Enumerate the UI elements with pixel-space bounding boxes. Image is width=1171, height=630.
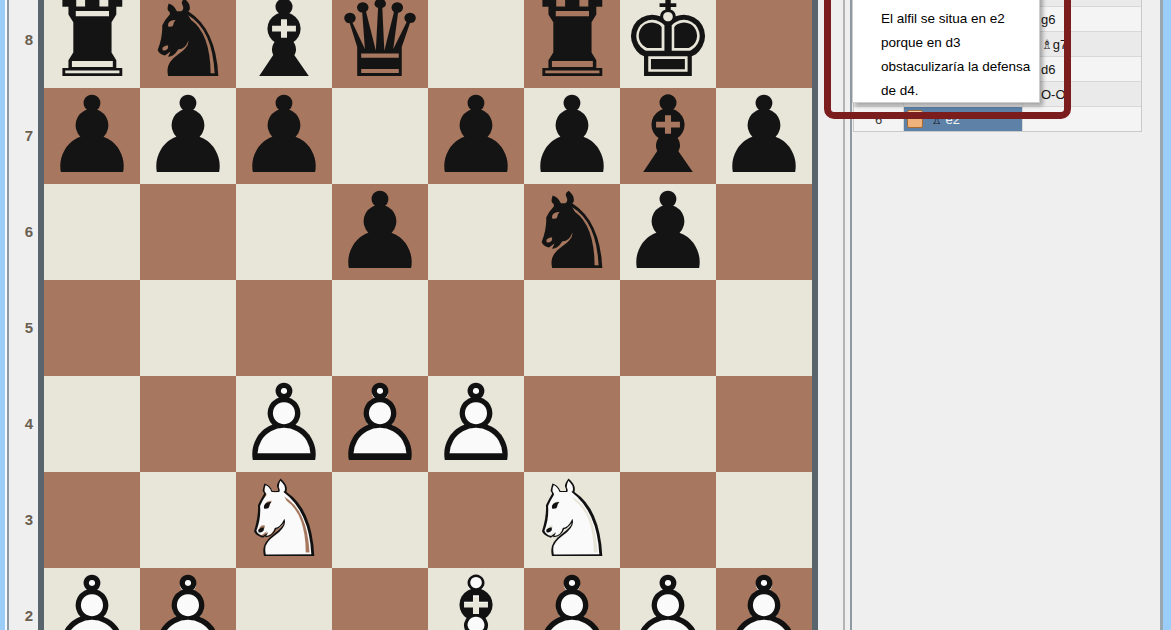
piece-black-n: ♞ [524, 184, 620, 280]
square-c8[interactable]: ♝ [236, 0, 332, 88]
tutorial-tooltip: El alfil se situa en e2 porque en d3 obs… [852, 0, 1040, 103]
piece-black-q: ♛ [332, 0, 428, 88]
square-e6[interactable] [428, 184, 524, 280]
square-f2[interactable]: ♟♙ [524, 568, 620, 630]
square-d8[interactable]: ♛ [332, 0, 428, 88]
square-e8[interactable] [428, 0, 524, 88]
square-c3[interactable]: ♞♘ [236, 472, 332, 568]
square-h7[interactable]: ♟ [716, 88, 812, 184]
rank-label-4: 4 [20, 415, 38, 432]
square-h8[interactable] [716, 0, 812, 88]
square-e7[interactable]: ♟ [428, 88, 524, 184]
square-g5[interactable] [620, 280, 716, 376]
square-f7[interactable]: ♟ [524, 88, 620, 184]
piece-white-n: ♘ [524, 472, 620, 568]
piece-black-b: ♝ [620, 88, 716, 184]
square-b7[interactable]: ♟ [140, 88, 236, 184]
panel-separator-1 [843, 0, 845, 630]
piece-white-p: ♙ [44, 568, 140, 630]
square-f8[interactable]: ♜ [524, 0, 620, 88]
move-text: O-O [1041, 87, 1066, 102]
app-window: ♜♞♝♛♜♚♟♟♟♟♟♝♟♟♞♟♟♙♟♙♟♙♞♘♞♘♟♙♟♙♝♗♟♙♟♙♟♙♜♖… [0, 0, 1171, 630]
square-g8[interactable]: ♚ [620, 0, 716, 88]
square-b3[interactable] [140, 472, 236, 568]
square-g2[interactable]: ♟♙ [620, 568, 716, 630]
piece-white-p-fill: ♟ [428, 376, 524, 472]
square-g6[interactable]: ♟ [620, 184, 716, 280]
square-c5[interactable] [236, 280, 332, 376]
square-a4[interactable] [44, 376, 140, 472]
piece-black-p: ♟ [140, 88, 236, 184]
square-h3[interactable] [716, 472, 812, 568]
square-a6[interactable] [44, 184, 140, 280]
square-d3[interactable] [332, 472, 428, 568]
tooltip-line: de d4. [881, 79, 1039, 103]
square-b8[interactable]: ♞ [140, 0, 236, 88]
square-b6[interactable] [140, 184, 236, 280]
square-f5[interactable] [524, 280, 620, 376]
square-g4[interactable] [620, 376, 716, 472]
piece-black-r: ♜ [44, 0, 140, 88]
piece-white-p-fill: ♟ [620, 568, 716, 630]
square-c2[interactable] [236, 568, 332, 630]
tooltip-line: El alfil se situa en e2 [881, 7, 1039, 31]
move-number: 6 [854, 107, 904, 131]
piece-white-p-fill: ♟ [140, 568, 236, 630]
square-f4[interactable] [524, 376, 620, 472]
square-d7[interactable] [332, 88, 428, 184]
square-d5[interactable] [332, 280, 428, 376]
move-text: e2 [945, 112, 959, 127]
piece-black-p: ♟ [332, 184, 428, 280]
piece-white-b: ♗ [428, 568, 524, 630]
piece-black-k: ♚ [620, 0, 716, 88]
chess-board: ♜♞♝♛♜♚♟♟♟♟♟♝♟♟♞♟♟♙♟♙♟♙♞♘♞♘♟♙♟♙♝♗♟♙♟♙♟♙♜♖… [38, 0, 818, 630]
piece-black-p: ♟ [524, 88, 620, 184]
square-f3[interactable]: ♞♘ [524, 472, 620, 568]
piece-white-p: ♙ [332, 376, 428, 472]
rank-label-5: 5 [20, 319, 38, 336]
square-b5[interactable] [140, 280, 236, 376]
square-a7[interactable]: ♟ [44, 88, 140, 184]
rank-label-8: 8 [20, 31, 38, 48]
move-row-6: 6♗e2 [854, 107, 1141, 131]
piece-black-p: ♟ [428, 88, 524, 184]
square-b2[interactable]: ♟♙ [140, 568, 236, 630]
piece-black-b: ♝ [236, 0, 332, 88]
square-d4[interactable]: ♟♙ [332, 376, 428, 472]
piece-white-n-fill: ♞ [524, 472, 620, 568]
piece-black-p: ♟ [236, 88, 332, 184]
piece-black-r: ♜ [524, 0, 620, 88]
window-border-right [1163, 0, 1171, 630]
piece-white-p: ♙ [524, 568, 620, 630]
square-e2[interactable]: ♝♗ [428, 568, 524, 630]
square-d6[interactable]: ♟ [332, 184, 428, 280]
square-a2[interactable]: ♟♙ [44, 568, 140, 630]
piece-white-p-fill: ♟ [524, 568, 620, 630]
square-a5[interactable] [44, 280, 140, 376]
square-e5[interactable] [428, 280, 524, 376]
piece-white-b-fill: ♝ [428, 568, 524, 630]
tooltip-line: obstaculizaría la defensa [881, 55, 1039, 79]
square-b4[interactable] [140, 376, 236, 472]
move-cell-black-6[interactable] [1022, 107, 1140, 131]
piece-black-p: ♟ [620, 184, 716, 280]
square-h2[interactable]: ♟♙ [716, 568, 812, 630]
notes-icon [907, 110, 923, 128]
rank-label-3: 3 [20, 511, 38, 528]
move-text: ♗g7 [1041, 37, 1067, 52]
square-c6[interactable] [236, 184, 332, 280]
square-c4[interactable]: ♟♙ [236, 376, 332, 472]
piece-white-p-fill: ♟ [332, 376, 428, 472]
rank-label-7: 7 [20, 127, 38, 144]
piece-black-p: ♟ [44, 88, 140, 184]
piece-white-p: ♙ [428, 376, 524, 472]
rank-label-6: 6 [20, 223, 38, 240]
piece-black-n: ♞ [140, 0, 236, 88]
move-text: ♘f6 [1041, 0, 1064, 2]
move-cell-white-6[interactable]: ♗e2 [904, 107, 1022, 131]
piece-white-n: ♘ [236, 472, 332, 568]
square-e3[interactable] [428, 472, 524, 568]
move-text: d6 [1041, 62, 1055, 77]
window-frame-line-left [7, 0, 9, 630]
piece-white-p-fill: ♟ [44, 568, 140, 630]
square-e4[interactable]: ♟♙ [428, 376, 524, 472]
move-text: g6 [1041, 12, 1055, 27]
square-a3[interactable] [44, 472, 140, 568]
bishop-figurine-icon: ♗ [930, 110, 943, 128]
square-h4[interactable] [716, 376, 812, 472]
square-d2[interactable] [332, 568, 428, 630]
tooltip-line: porque en d3 [881, 31, 1039, 55]
square-a8[interactable]: ♜ [44, 0, 140, 88]
piece-black-p: ♟ [716, 88, 812, 184]
piece-white-p: ♙ [620, 568, 716, 630]
square-h5[interactable] [716, 280, 812, 376]
square-f6[interactable]: ♞ [524, 184, 620, 280]
rank-label-2: 2 [20, 607, 38, 624]
piece-white-p: ♙ [716, 568, 812, 630]
piece-white-p: ♙ [140, 568, 236, 630]
piece-white-n-fill: ♞ [236, 472, 332, 568]
piece-white-p-fill: ♟ [716, 568, 812, 630]
square-h6[interactable] [716, 184, 812, 280]
piece-white-p: ♙ [236, 376, 332, 472]
square-c7[interactable]: ♟ [236, 88, 332, 184]
square-g3[interactable] [620, 472, 716, 568]
square-g7[interactable]: ♝ [620, 88, 716, 184]
piece-white-p-fill: ♟ [236, 376, 332, 472]
